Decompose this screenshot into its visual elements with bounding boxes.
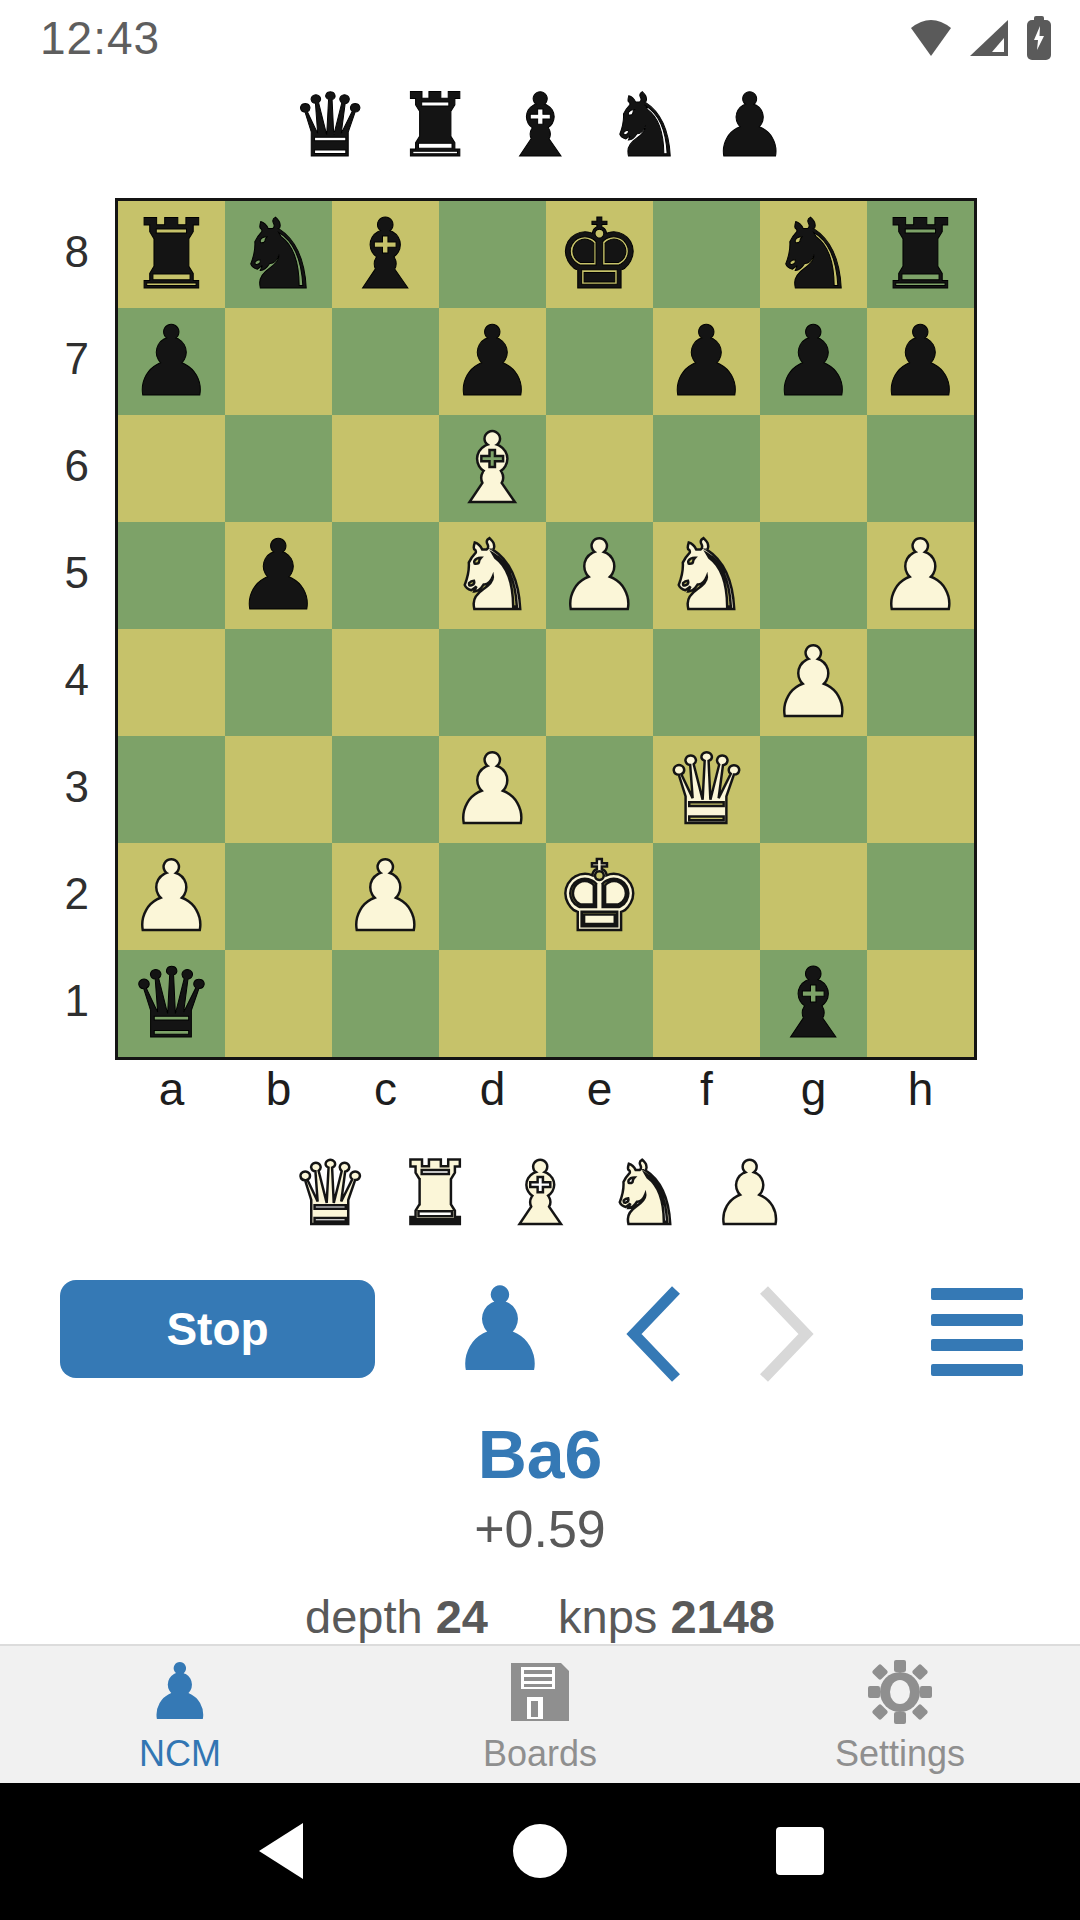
white-pawn: ♟: [449, 736, 536, 843]
black-rook: ♜: [877, 201, 964, 308]
rank-label-6: 6: [0, 412, 115, 519]
white-knight: ♞: [449, 522, 536, 629]
rank-label-3: 3: [0, 733, 115, 840]
square-f7[interactable]: ♟: [653, 308, 760, 415]
tab-boards-label: Boards: [483, 1733, 597, 1775]
square-d3[interactable]: ♟: [439, 736, 546, 843]
black-pawn: ♟: [663, 308, 750, 415]
file-label-e: e: [546, 1060, 653, 1118]
square-a1[interactable]: ♛: [118, 950, 225, 1057]
square-f2[interactable]: [653, 843, 760, 950]
square-g3[interactable]: [760, 736, 867, 843]
square-h8[interactable]: ♜: [867, 201, 974, 308]
white-pawn: ♟: [877, 522, 964, 629]
square-e7[interactable]: [546, 308, 653, 415]
square-g8[interactable]: ♞: [760, 201, 867, 308]
square-b1[interactable]: [225, 950, 332, 1057]
rank-label-4: 4: [0, 626, 115, 733]
square-h6[interactable]: [867, 415, 974, 522]
tab-settings[interactable]: Settings: [720, 1646, 1080, 1783]
square-e5[interactable]: ♟: [546, 522, 653, 629]
engine-controls: Stop ♟: [0, 1278, 1080, 1385]
square-e1[interactable]: [546, 950, 653, 1057]
file-label-f: f: [653, 1060, 760, 1118]
square-g6[interactable]: [760, 415, 867, 522]
side-to-move-pawn-icon[interactable]: ♟: [448, 1270, 552, 1390]
square-d8[interactable]: [439, 201, 546, 308]
cellular-signal-icon: [968, 18, 1012, 58]
square-a5[interactable]: [118, 522, 225, 629]
status-time: 12:43: [40, 11, 160, 65]
palette-black-knight[interactable]: ♞: [605, 76, 684, 176]
white-pawn: ♟: [556, 522, 643, 629]
square-a4[interactable]: [118, 629, 225, 736]
white-queen: ♛: [663, 736, 750, 843]
palette-white-bishop[interactable]: ♝: [501, 1144, 580, 1244]
status-bar: 12:43: [0, 0, 1080, 76]
palette-black-bishop[interactable]: ♝: [501, 76, 580, 176]
square-g5[interactable]: [760, 522, 867, 629]
depth-label: depth: [305, 1590, 423, 1643]
black-pawn: ♟: [877, 308, 964, 415]
palette-white-pawn[interactable]: ♟: [710, 1144, 789, 1244]
pawn-icon: ♟: [145, 1653, 215, 1731]
square-f1[interactable]: [653, 950, 760, 1057]
square-c2[interactable]: ♟: [332, 843, 439, 950]
palette-black-pawn[interactable]: ♟: [710, 76, 789, 176]
square-f4[interactable]: [653, 629, 760, 736]
palette-white-knight[interactable]: ♞: [605, 1144, 684, 1244]
square-f5[interactable]: ♞: [653, 522, 760, 629]
black-piece-palette: ♛♜♝♞♟: [0, 76, 1080, 176]
square-h5[interactable]: ♟: [867, 522, 974, 629]
palette-white-rook[interactable]: ♜: [396, 1144, 475, 1244]
white-knight: ♞: [663, 522, 750, 629]
black-pawn: ♟: [128, 308, 215, 415]
black-pawn: ♟: [449, 308, 536, 415]
back-icon[interactable]: [220, 1801, 340, 1901]
recents-icon[interactable]: [740, 1801, 860, 1901]
black-king: ♚: [556, 201, 643, 308]
square-g4[interactable]: ♟: [760, 629, 867, 736]
rank-label-1: 1: [0, 947, 115, 1054]
board-wrap: 87654321 ♜♞♝♚♞♜♟♟♟♟♟♝♟♞♟♞♟♟♟♛♟♟♚♛♝: [0, 198, 1080, 1060]
file-label-a: a: [118, 1060, 225, 1118]
menu-icon[interactable]: [931, 1288, 1023, 1376]
square-d1[interactable]: [439, 950, 546, 1057]
file-label-c: c: [332, 1060, 439, 1118]
palette-black-queen[interactable]: ♛: [291, 76, 370, 176]
black-knight: ♞: [235, 201, 322, 308]
square-d5[interactable]: ♞: [439, 522, 546, 629]
bottom-nav: ♟ NCM Boards: [0, 1644, 1080, 1783]
tab-ncm-label: NCM: [139, 1733, 221, 1775]
square-d7[interactable]: ♟: [439, 308, 546, 415]
tab-boards[interactable]: Boards: [360, 1646, 720, 1783]
white-king: ♚: [556, 843, 643, 950]
home-icon[interactable]: [480, 1801, 600, 1901]
white-pawn: ♟: [770, 629, 857, 736]
knps-value: 2148: [670, 1590, 775, 1643]
square-b2[interactable]: [225, 843, 332, 950]
rank-label-8: 8: [0, 198, 115, 305]
rank-label-5: 5: [0, 519, 115, 626]
engine-stats: depth 24 knps 2148: [0, 1589, 1080, 1644]
square-h7[interactable]: ♟: [867, 308, 974, 415]
stop-button[interactable]: Stop: [60, 1280, 375, 1378]
square-e8[interactable]: ♚: [546, 201, 653, 308]
white-pawn: ♟: [342, 843, 429, 950]
file-label-g: g: [760, 1060, 867, 1118]
black-pawn: ♟: [770, 308, 857, 415]
square-g7[interactable]: ♟: [760, 308, 867, 415]
square-e6[interactable]: [546, 415, 653, 522]
app-screen: 12:43 ♛♜♝♞♟ 87654321 ♜♞♝♚♞♜♟♟♟♟♟♝♟♞♟♞♟♟♟…: [0, 0, 1080, 1920]
square-f8[interactable]: [653, 201, 760, 308]
square-h1[interactable]: [867, 950, 974, 1057]
square-d4[interactable]: [439, 629, 546, 736]
tab-settings-label: Settings: [835, 1733, 965, 1775]
palette-white-queen[interactable]: ♛: [291, 1144, 370, 1244]
square-a8[interactable]: ♜: [118, 201, 225, 308]
square-c3[interactable]: [332, 736, 439, 843]
square-f3[interactable]: ♛: [653, 736, 760, 843]
square-a3[interactable]: [118, 736, 225, 843]
white-bishop: ♝: [449, 415, 536, 522]
palette-black-rook[interactable]: ♜: [396, 76, 475, 176]
white-piece-palette: ♛♜♝♞♟: [0, 1144, 1080, 1244]
black-queen: ♛: [128, 950, 215, 1057]
square-h3[interactable]: [867, 736, 974, 843]
square-a7[interactable]: ♟: [118, 308, 225, 415]
square-c1[interactable]: [332, 950, 439, 1057]
square-b8[interactable]: ♞: [225, 201, 332, 308]
gear-icon: [866, 1653, 934, 1731]
previous-move-icon[interactable]: [610, 1284, 700, 1384]
black-rook: ♜: [128, 201, 215, 308]
chess-board[interactable]: ♜♞♝♚♞♜♟♟♟♟♟♝♟♞♟♞♟♟♟♛♟♟♚♛♝: [115, 198, 977, 1060]
knps-label: knps: [558, 1590, 657, 1643]
floppy-icon: [507, 1653, 573, 1731]
square-h2[interactable]: [867, 843, 974, 950]
square-a6[interactable]: [118, 415, 225, 522]
status-icons: [908, 16, 1052, 60]
square-c5[interactable]: [332, 522, 439, 629]
battery-charging-icon: [1026, 16, 1052, 60]
file-label-h: h: [867, 1060, 974, 1118]
square-f6[interactable]: [653, 415, 760, 522]
black-bishop: ♝: [342, 201, 429, 308]
android-nav-bar: [0, 1783, 1080, 1920]
square-a2[interactable]: ♟: [118, 843, 225, 950]
square-c6[interactable]: [332, 415, 439, 522]
wifi-icon: [908, 18, 954, 58]
rank-label-7: 7: [0, 305, 115, 412]
square-g1[interactable]: ♝: [760, 950, 867, 1057]
square-e4[interactable]: [546, 629, 653, 736]
square-e2[interactable]: ♚: [546, 843, 653, 950]
square-c8[interactable]: ♝: [332, 201, 439, 308]
rank-label-2: 2: [0, 840, 115, 947]
next-move-icon[interactable]: [740, 1284, 830, 1384]
square-b5[interactable]: ♟: [225, 522, 332, 629]
square-b3[interactable]: [225, 736, 332, 843]
square-g2[interactable]: [760, 843, 867, 950]
evaluation: +0.59: [0, 1499, 1080, 1559]
rank-labels: 87654321: [0, 198, 115, 1060]
black-bishop: ♝: [770, 950, 857, 1057]
best-move: Ba6: [0, 1415, 1080, 1493]
square-c7[interactable]: [332, 308, 439, 415]
depth-value: 24: [436, 1590, 488, 1643]
file-labels: abcdefgh: [118, 1060, 974, 1118]
square-b6[interactable]: [225, 415, 332, 522]
file-label-d: d: [439, 1060, 546, 1118]
square-b4[interactable]: [225, 629, 332, 736]
square-c4[interactable]: [332, 629, 439, 736]
square-d6[interactable]: ♝: [439, 415, 546, 522]
file-label-b: b: [225, 1060, 332, 1118]
square-h4[interactable]: [867, 629, 974, 736]
tab-ncm[interactable]: ♟ NCM: [0, 1646, 360, 1783]
square-e3[interactable]: [546, 736, 653, 843]
square-d2[interactable]: [439, 843, 546, 950]
black-knight: ♞: [770, 201, 857, 308]
black-pawn: ♟: [235, 522, 322, 629]
square-b7[interactable]: [225, 308, 332, 415]
white-pawn: ♟: [128, 843, 215, 950]
